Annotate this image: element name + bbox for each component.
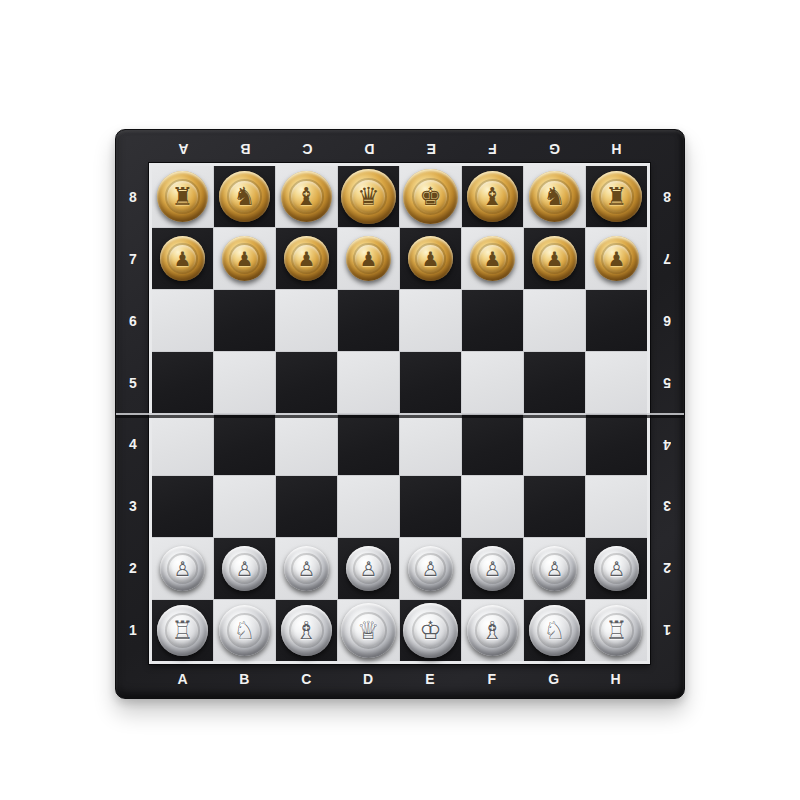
piece-gold-pawn-c7[interactable]: ♟ xyxy=(284,236,329,281)
piece-gold-knight-b8[interactable]: ♞ xyxy=(219,171,270,222)
chess-board: ABCDEFGH ABCDEFGH 87654321 87654321 ♜♞♝♛… xyxy=(115,129,685,699)
rank-labels-right: 87654321 xyxy=(654,166,680,661)
square-f7[interactable]: ♟ xyxy=(462,228,523,289)
pawn-glyph: ♟ xyxy=(484,249,502,269)
piece-gold-pawn-d7[interactable]: ♟ xyxy=(346,236,391,281)
file-label-top-h: H xyxy=(585,138,647,160)
pawn-glyph: ♙ xyxy=(608,559,626,579)
rank-label-left-1: 1 xyxy=(120,599,146,661)
square-e1[interactable]: ♔ xyxy=(400,600,461,661)
file-label-bottom-c: C xyxy=(276,668,338,690)
pawn-glyph: ♟ xyxy=(360,249,378,269)
square-d6[interactable] xyxy=(338,290,399,351)
king-glyph: ♔ xyxy=(419,618,441,643)
rank-label-right-2: 2 xyxy=(654,537,680,599)
square-f8[interactable]: ♝ xyxy=(462,166,523,227)
knight-glyph: ♘ xyxy=(543,618,565,643)
rook-glyph: ♜ xyxy=(605,184,627,209)
square-a7[interactable]: ♟ xyxy=(152,228,213,289)
bishop-glyph: ♗ xyxy=(481,618,503,643)
fold-seam xyxy=(116,413,684,418)
square-c2[interactable]: ♙ xyxy=(276,538,337,599)
file-label-top-f: F xyxy=(461,138,523,160)
square-c7[interactable]: ♟ xyxy=(276,228,337,289)
pawn-glyph: ♙ xyxy=(298,559,316,579)
rook-glyph: ♖ xyxy=(605,618,627,643)
piece-gold-king-e8[interactable]: ♚ xyxy=(403,169,458,224)
square-b3[interactable] xyxy=(214,476,275,537)
square-e6[interactable] xyxy=(400,290,461,351)
piece-silver-pawn-b2[interactable]: ♙ xyxy=(222,546,267,591)
pawn-glyph: ♟ xyxy=(174,249,192,269)
square-h2[interactable]: ♙ xyxy=(586,538,647,599)
piece-gold-rook-h8[interactable]: ♜ xyxy=(591,171,642,222)
pawn-glyph: ♙ xyxy=(360,559,378,579)
piece-silver-queen-d1[interactable]: ♕ xyxy=(341,603,396,658)
file-label-bottom-d: D xyxy=(338,668,400,690)
file-label-top-a: A xyxy=(152,138,214,160)
square-e8[interactable]: ♚ xyxy=(400,166,461,227)
piece-gold-pawn-h7[interactable]: ♟ xyxy=(594,236,639,281)
file-label-bottom-b: B xyxy=(214,668,276,690)
square-d3[interactable] xyxy=(338,476,399,537)
square-c5[interactable] xyxy=(276,352,337,413)
queen-glyph: ♕ xyxy=(357,618,379,643)
rank-label-left-8: 8 xyxy=(120,166,146,228)
pawn-glyph: ♟ xyxy=(546,249,564,269)
pawn-glyph: ♙ xyxy=(422,559,440,579)
square-g8[interactable]: ♞ xyxy=(524,166,585,227)
piece-silver-rook-a1[interactable]: ♖ xyxy=(157,605,208,656)
square-h7[interactable]: ♟ xyxy=(586,228,647,289)
piece-silver-knight-g1[interactable]: ♘ xyxy=(529,605,580,656)
rank-label-right-8: 8 xyxy=(654,166,680,228)
piece-silver-pawn-h2[interactable]: ♙ xyxy=(594,546,639,591)
square-b6[interactable] xyxy=(214,290,275,351)
rank-label-left-6: 6 xyxy=(120,290,146,352)
piece-gold-pawn-e7[interactable]: ♟ xyxy=(408,236,453,281)
square-h5[interactable] xyxy=(586,352,647,413)
rank-label-left-2: 2 xyxy=(120,537,146,599)
rook-glyph: ♖ xyxy=(171,618,193,643)
bishop-glyph: ♗ xyxy=(295,618,317,643)
square-g6[interactable] xyxy=(524,290,585,351)
square-b1[interactable]: ♘ xyxy=(214,600,275,661)
knight-glyph: ♞ xyxy=(233,184,255,209)
pawn-glyph: ♟ xyxy=(608,249,626,269)
square-e5[interactable] xyxy=(400,352,461,413)
square-h6[interactable] xyxy=(586,290,647,351)
pawn-glyph: ♙ xyxy=(236,559,254,579)
piece-gold-pawn-b7[interactable]: ♟ xyxy=(222,236,267,281)
square-e3[interactable] xyxy=(400,476,461,537)
file-label-top-b: B xyxy=(214,138,276,160)
pawn-glyph: ♟ xyxy=(236,249,254,269)
piece-gold-pawn-f7[interactable]: ♟ xyxy=(470,236,515,281)
square-c8[interactable]: ♝ xyxy=(276,166,337,227)
rank-label-right-1: 1 xyxy=(654,599,680,661)
square-f6[interactable] xyxy=(462,290,523,351)
square-h1[interactable]: ♖ xyxy=(586,600,647,661)
rank-label-right-6: 6 xyxy=(654,290,680,352)
bishop-glyph: ♝ xyxy=(481,184,503,209)
square-f4[interactable] xyxy=(462,414,523,475)
rank-label-left-4: 4 xyxy=(120,414,146,476)
square-a6[interactable] xyxy=(152,290,213,351)
piece-silver-pawn-d2[interactable]: ♙ xyxy=(346,546,391,591)
square-e4[interactable] xyxy=(400,414,461,475)
file-labels-bottom: ABCDEFGH xyxy=(152,668,647,690)
square-f1[interactable]: ♗ xyxy=(462,600,523,661)
square-b8[interactable]: ♞ xyxy=(214,166,275,227)
square-d4[interactable] xyxy=(338,414,399,475)
piece-gold-rook-a8[interactable]: ♜ xyxy=(157,171,208,222)
square-b2[interactable]: ♙ xyxy=(214,538,275,599)
square-c1[interactable]: ♗ xyxy=(276,600,337,661)
queen-glyph: ♛ xyxy=(357,184,379,209)
square-g2[interactable]: ♙ xyxy=(524,538,585,599)
square-b4[interactable] xyxy=(214,414,275,475)
piece-silver-pawn-e2[interactable]: ♙ xyxy=(408,546,453,591)
knight-glyph: ♘ xyxy=(233,618,255,643)
square-d8[interactable]: ♛ xyxy=(338,166,399,227)
square-g5[interactable] xyxy=(524,352,585,413)
square-e7[interactable]: ♟ xyxy=(400,228,461,289)
square-d7[interactable]: ♟ xyxy=(338,228,399,289)
square-e2[interactable]: ♙ xyxy=(400,538,461,599)
file-label-bottom-a: A xyxy=(152,668,214,690)
rank-label-right-4: 4 xyxy=(654,414,680,476)
piece-silver-bishop-c1[interactable]: ♗ xyxy=(281,605,332,656)
king-glyph: ♚ xyxy=(419,184,441,209)
file-label-bottom-f: F xyxy=(461,668,523,690)
square-b7[interactable]: ♟ xyxy=(214,228,275,289)
square-h8[interactable]: ♜ xyxy=(586,166,647,227)
square-h3[interactable] xyxy=(586,476,647,537)
piece-silver-pawn-g2[interactable]: ♙ xyxy=(532,546,577,591)
rank-label-right-7: 7 xyxy=(654,228,680,290)
square-g7[interactable]: ♟ xyxy=(524,228,585,289)
piece-silver-king-e1[interactable]: ♔ xyxy=(403,603,458,658)
file-label-top-g: G xyxy=(523,138,585,160)
piece-silver-pawn-c2[interactable]: ♙ xyxy=(284,546,329,591)
rank-label-left-7: 7 xyxy=(120,228,146,290)
square-d2[interactable]: ♙ xyxy=(338,538,399,599)
file-labels-top: ABCDEFGH xyxy=(152,138,647,160)
rank-label-left-5: 5 xyxy=(120,352,146,414)
rook-glyph: ♜ xyxy=(171,184,193,209)
square-d1[interactable]: ♕ xyxy=(338,600,399,661)
square-c3[interactable] xyxy=(276,476,337,537)
file-label-bottom-e: E xyxy=(400,668,462,690)
file-label-bottom-g: G xyxy=(523,668,585,690)
knight-glyph: ♞ xyxy=(543,184,565,209)
square-g1[interactable]: ♘ xyxy=(524,600,585,661)
square-a5[interactable] xyxy=(152,352,213,413)
file-label-bottom-h: H xyxy=(585,668,647,690)
piece-gold-knight-g8[interactable]: ♞ xyxy=(529,171,580,222)
piece-silver-bishop-f1[interactable]: ♗ xyxy=(467,605,518,656)
rank-label-left-3: 3 xyxy=(120,475,146,537)
square-d5[interactable] xyxy=(338,352,399,413)
piece-gold-bishop-f8[interactable]: ♝ xyxy=(467,171,518,222)
square-f3[interactable] xyxy=(462,476,523,537)
square-c4[interactable] xyxy=(276,414,337,475)
square-h4[interactable] xyxy=(586,414,647,475)
bishop-glyph: ♝ xyxy=(295,184,317,209)
square-a1[interactable]: ♖ xyxy=(152,600,213,661)
piece-silver-pawn-a2[interactable]: ♙ xyxy=(160,546,205,591)
square-g3[interactable] xyxy=(524,476,585,537)
file-label-top-c: C xyxy=(276,138,338,160)
product-photo: ABCDEFGH ABCDEFGH 87654321 87654321 ♜♞♝♛… xyxy=(0,0,800,800)
rank-label-right-5: 5 xyxy=(654,352,680,414)
square-a2[interactable]: ♙ xyxy=(152,538,213,599)
pawn-glyph: ♙ xyxy=(174,559,192,579)
pawn-glyph: ♙ xyxy=(546,559,564,579)
file-label-top-d: D xyxy=(338,138,400,160)
square-g4[interactable] xyxy=(524,414,585,475)
square-f5[interactable] xyxy=(462,352,523,413)
square-a8[interactable]: ♜ xyxy=(152,166,213,227)
pawn-glyph: ♟ xyxy=(298,249,316,269)
pawn-glyph: ♙ xyxy=(484,559,502,579)
square-f2[interactable]: ♙ xyxy=(462,538,523,599)
piece-gold-queen-d8[interactable]: ♛ xyxy=(341,169,396,224)
rank-labels-left: 87654321 xyxy=(120,166,146,661)
file-label-top-e: E xyxy=(400,138,462,160)
piece-silver-knight-b1[interactable]: ♘ xyxy=(219,605,270,656)
piece-silver-pawn-f2[interactable]: ♙ xyxy=(470,546,515,591)
piece-silver-rook-h1[interactable]: ♖ xyxy=(591,605,642,656)
pawn-glyph: ♟ xyxy=(422,249,440,269)
piece-gold-pawn-a7[interactable]: ♟ xyxy=(160,236,205,281)
piece-gold-bishop-c8[interactable]: ♝ xyxy=(281,171,332,222)
rank-label-right-3: 3 xyxy=(654,475,680,537)
square-b5[interactable] xyxy=(214,352,275,413)
piece-gold-pawn-g7[interactable]: ♟ xyxy=(532,236,577,281)
square-a3[interactable] xyxy=(152,476,213,537)
square-a4[interactable] xyxy=(152,414,213,475)
square-c6[interactable] xyxy=(276,290,337,351)
